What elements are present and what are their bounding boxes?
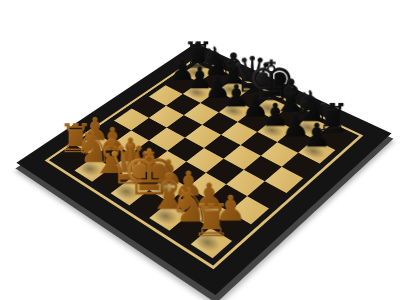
square-h1: ♜ <box>191 228 232 259</box>
piece-black-pawn: ♟ <box>288 88 345 151</box>
board-field: ♜♞♝♛♚♝♞♜♟♟♟♟♟♟♟♟♟♟♟♟♟♟♟♟♜♞♝♛♚♝♞♜ <box>57 63 350 258</box>
piece-white-rook: ♜ <box>180 173 243 243</box>
chess-board: ♜♞♝♛♚♝♞♜♟♟♟♟♟♟♟♟♟♟♟♟♟♟♟♟♜♞♝♛♚♝♞♜ <box>16 43 391 295</box>
product-photo: ♜♞♝♛♚♝♞♜♟♟♟♟♟♟♟♟♟♟♟♟♟♟♟♟♜♞♝♛♚♝♞♜ <box>0 0 400 300</box>
board-frame-line: ♜♞♝♛♚♝♞♜♟♟♟♟♟♟♟♟♟♟♟♟♟♟♟♟♜♞♝♛♚♝♞♜ <box>45 57 364 269</box>
